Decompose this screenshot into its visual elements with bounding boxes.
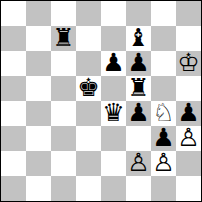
square-g6[interactable] xyxy=(151,51,176,76)
square-b8[interactable] xyxy=(26,1,51,26)
square-c3[interactable] xyxy=(51,126,76,151)
white-pawn-g2[interactable]: ♙ xyxy=(152,150,174,175)
square-h2[interactable] xyxy=(176,151,201,176)
square-g7[interactable] xyxy=(151,26,176,51)
square-b5[interactable] xyxy=(26,76,51,101)
square-c7[interactable]: ♜ xyxy=(51,26,76,51)
square-c2[interactable] xyxy=(51,151,76,176)
square-d3[interactable] xyxy=(76,126,101,151)
black-bishop-f7[interactable]: ♝ xyxy=(127,25,149,50)
black-king-d5[interactable]: ♚ xyxy=(77,75,99,100)
square-c1[interactable] xyxy=(51,176,76,201)
square-e6[interactable]: ♟ xyxy=(101,51,126,76)
square-g2[interactable]: ♙ xyxy=(151,151,176,176)
square-a1[interactable] xyxy=(1,176,26,201)
square-h1[interactable] xyxy=(176,176,201,201)
square-d4[interactable] xyxy=(76,101,101,126)
square-e2[interactable] xyxy=(101,151,126,176)
square-d8[interactable] xyxy=(76,1,101,26)
square-a6[interactable] xyxy=(1,51,26,76)
white-knight-g4[interactable]: ♘ xyxy=(152,100,174,125)
black-rook-c7[interactable]: ♜ xyxy=(52,25,74,50)
square-g8[interactable] xyxy=(151,1,176,26)
black-pawn-g3[interactable]: ♟ xyxy=(152,125,174,150)
square-a5[interactable] xyxy=(1,76,26,101)
square-c4[interactable] xyxy=(51,101,76,126)
square-a7[interactable] xyxy=(1,26,26,51)
square-a3[interactable] xyxy=(1,126,26,151)
square-b7[interactable] xyxy=(26,26,51,51)
square-e3[interactable] xyxy=(101,126,126,151)
black-queen-e4[interactable]: ♛ xyxy=(102,100,124,125)
black-pawn-e6[interactable]: ♟ xyxy=(102,50,124,75)
white-pawn-f2[interactable]: ♙ xyxy=(127,150,149,175)
square-d5[interactable]: ♚ xyxy=(76,76,101,101)
square-b1[interactable] xyxy=(26,176,51,201)
white-king-h6[interactable]: ♔ xyxy=(177,50,199,75)
square-a2[interactable] xyxy=(1,151,26,176)
square-d1[interactable] xyxy=(76,176,101,201)
square-b4[interactable] xyxy=(26,101,51,126)
white-pawn-h3[interactable]: ♙ xyxy=(177,125,199,150)
square-c5[interactable] xyxy=(51,76,76,101)
square-h6[interactable]: ♔ xyxy=(176,51,201,76)
square-b2[interactable] xyxy=(26,151,51,176)
square-g1[interactable] xyxy=(151,176,176,201)
square-e1[interactable] xyxy=(101,176,126,201)
chess-board: ♜♝♟♟♔♚♜♛♟♘♟♟♙♙♙ xyxy=(0,0,202,202)
square-a8[interactable] xyxy=(1,1,26,26)
square-h8[interactable] xyxy=(176,1,201,26)
square-f4[interactable]: ♟ xyxy=(126,101,151,126)
square-d2[interactable] xyxy=(76,151,101,176)
black-pawn-f4[interactable]: ♟ xyxy=(127,100,149,125)
chess-diagram: ♜♝♟♟♔♚♜♛♟♘♟♟♙♙♙ xyxy=(0,0,202,202)
black-rook-f5[interactable]: ♜ xyxy=(127,75,149,100)
black-pawn-f6[interactable]: ♟ xyxy=(127,50,149,75)
square-b3[interactable] xyxy=(26,126,51,151)
square-h3[interactable]: ♙ xyxy=(176,126,201,151)
black-pawn-h4[interactable]: ♟ xyxy=(177,100,199,125)
square-f1[interactable] xyxy=(126,176,151,201)
square-e4[interactable]: ♛ xyxy=(101,101,126,126)
square-f2[interactable]: ♙ xyxy=(126,151,151,176)
square-e8[interactable] xyxy=(101,1,126,26)
square-b6[interactable] xyxy=(26,51,51,76)
square-a4[interactable] xyxy=(1,101,26,126)
square-c6[interactable] xyxy=(51,51,76,76)
square-d7[interactable] xyxy=(76,26,101,51)
